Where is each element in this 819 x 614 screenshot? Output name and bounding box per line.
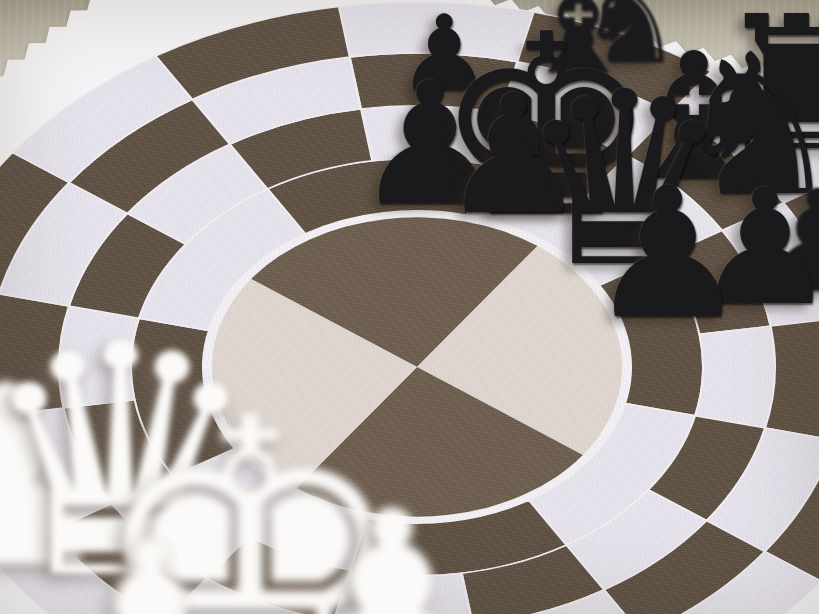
photo-scene: ♟♟♟♚♛♝♞♜♟♟♟♝♞♛♚♟♟♟ <box>0 0 819 614</box>
black-pawn-4[interactable]: ♟ <box>587 164 748 344</box>
white-pawn-3[interactable]: ♟ <box>275 477 508 614</box>
pieces-layer: ♟♟♟♚♛♝♞♜♟♟♟♝♞♛♚♟♟♟ <box>0 0 819 614</box>
white-pawn-2-partial[interactable]: ♟ <box>47 511 253 614</box>
